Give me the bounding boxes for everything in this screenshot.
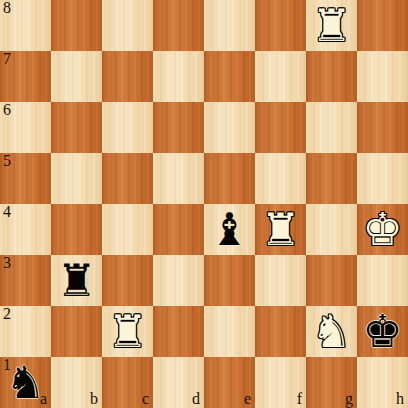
square-c4[interactable] <box>102 204 153 255</box>
square-a4[interactable]: 4 <box>0 204 51 255</box>
square-b6[interactable] <box>51 102 102 153</box>
square-c2[interactable]: ♜ <box>102 306 153 357</box>
square-g2[interactable]: ♞ <box>306 306 357 357</box>
square-b3[interactable]: ♜ <box>51 255 102 306</box>
chess-board: 8♜7654♝♜♚3♜2♜♞♚1a♞bcdefgh <box>0 0 408 408</box>
white-rook-g8[interactable]: ♜ <box>306 0 357 51</box>
square-a5[interactable]: 5 <box>0 153 51 204</box>
square-f3[interactable] <box>255 255 306 306</box>
file-label-b: b <box>90 390 98 408</box>
square-e7[interactable] <box>204 51 255 102</box>
square-f8[interactable] <box>255 0 306 51</box>
square-f2[interactable] <box>255 306 306 357</box>
rank-label-3: 3 <box>3 255 11 272</box>
square-g6[interactable] <box>306 102 357 153</box>
black-bishop-e4[interactable]: ♝ <box>204 204 255 255</box>
square-e3[interactable] <box>204 255 255 306</box>
square-h8[interactable] <box>357 0 408 51</box>
square-h2[interactable]: ♚ <box>357 306 408 357</box>
square-g5[interactable] <box>306 153 357 204</box>
square-g3[interactable] <box>306 255 357 306</box>
square-d4[interactable] <box>153 204 204 255</box>
rank-label-4: 4 <box>3 204 11 221</box>
square-f6[interactable] <box>255 102 306 153</box>
square-h5[interactable] <box>357 153 408 204</box>
square-h6[interactable] <box>357 102 408 153</box>
square-a6[interactable]: 6 <box>0 102 51 153</box>
square-a3[interactable]: 3 <box>0 255 51 306</box>
square-g8[interactable]: ♜ <box>306 0 357 51</box>
square-c5[interactable] <box>102 153 153 204</box>
square-f4[interactable]: ♜ <box>255 204 306 255</box>
square-d2[interactable] <box>153 306 204 357</box>
black-knight-a1[interactable]: ♞ <box>0 357 51 408</box>
square-b5[interactable] <box>51 153 102 204</box>
square-e4[interactable]: ♝ <box>204 204 255 255</box>
square-d7[interactable] <box>153 51 204 102</box>
file-label-d: d <box>192 390 200 408</box>
square-b2[interactable] <box>51 306 102 357</box>
square-c8[interactable] <box>102 0 153 51</box>
square-d5[interactable] <box>153 153 204 204</box>
square-b7[interactable] <box>51 51 102 102</box>
rank-label-8: 8 <box>3 0 11 17</box>
rank-label-5: 5 <box>3 153 11 170</box>
white-rook-c2[interactable]: ♜ <box>102 306 153 357</box>
square-c1[interactable]: c <box>102 357 153 408</box>
square-g7[interactable] <box>306 51 357 102</box>
square-b4[interactable] <box>51 204 102 255</box>
file-label-h: h <box>396 390 404 408</box>
square-b8[interactable] <box>51 0 102 51</box>
file-label-g: g <box>345 390 353 408</box>
file-label-e: e <box>244 390 251 408</box>
square-a2[interactable]: 2 <box>0 306 51 357</box>
square-f7[interactable] <box>255 51 306 102</box>
rank-label-7: 7 <box>3 51 11 68</box>
square-h1[interactable]: h <box>357 357 408 408</box>
square-e5[interactable] <box>204 153 255 204</box>
square-f5[interactable] <box>255 153 306 204</box>
square-h3[interactable] <box>357 255 408 306</box>
white-knight-g2[interactable]: ♞ <box>306 306 357 357</box>
square-d8[interactable] <box>153 0 204 51</box>
rank-label-2: 2 <box>3 306 11 323</box>
file-label-c: c <box>142 390 149 408</box>
white-king-h4[interactable]: ♚ <box>357 204 408 255</box>
square-a8[interactable]: 8 <box>0 0 51 51</box>
square-c3[interactable] <box>102 255 153 306</box>
square-h4[interactable]: ♚ <box>357 204 408 255</box>
black-rook-b3[interactable]: ♜ <box>51 255 102 306</box>
square-c7[interactable] <box>102 51 153 102</box>
square-g4[interactable] <box>306 204 357 255</box>
square-e2[interactable] <box>204 306 255 357</box>
square-a7[interactable]: 7 <box>0 51 51 102</box>
square-e8[interactable] <box>204 0 255 51</box>
square-e6[interactable] <box>204 102 255 153</box>
rank-label-6: 6 <box>3 102 11 119</box>
square-d6[interactable] <box>153 102 204 153</box>
black-king-h2[interactable]: ♚ <box>357 306 408 357</box>
file-label-f: f <box>297 390 302 408</box>
square-d1[interactable]: d <box>153 357 204 408</box>
white-rook-f4[interactable]: ♜ <box>255 204 306 255</box>
square-f1[interactable]: f <box>255 357 306 408</box>
square-e1[interactable]: e <box>204 357 255 408</box>
square-b1[interactable]: b <box>51 357 102 408</box>
square-c6[interactable] <box>102 102 153 153</box>
square-g1[interactable]: g <box>306 357 357 408</box>
square-h7[interactable] <box>357 51 408 102</box>
square-a1[interactable]: 1a♞ <box>0 357 51 408</box>
square-d3[interactable] <box>153 255 204 306</box>
